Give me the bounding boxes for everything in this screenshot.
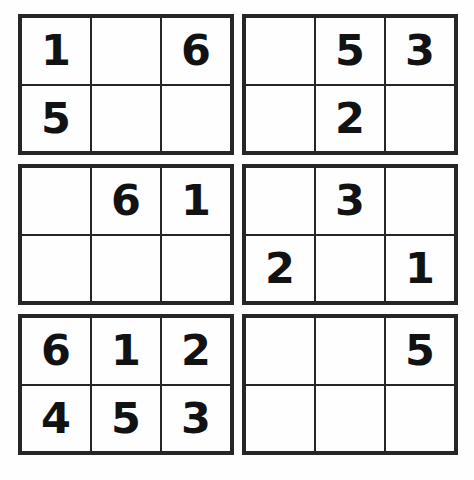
cell-r0c1[interactable] <box>91 17 161 85</box>
cell-r2c3[interactable] <box>245 167 315 235</box>
cell-r0c3[interactable] <box>245 17 315 85</box>
cell-r3c4[interactable] <box>315 235 385 303</box>
box-middle-right: 3 2 1 <box>242 164 458 305</box>
box-top-left: 1 6 5 <box>18 14 234 155</box>
box-middle-left: 6 1 <box>18 164 234 305</box>
cell-r1c3[interactable] <box>245 85 315 153</box>
cell-r2c2[interactable]: 1 <box>161 167 231 235</box>
cell-r0c5[interactable]: 3 <box>385 17 455 85</box>
cell-r3c3[interactable]: 2 <box>245 235 315 303</box>
cell-r1c5[interactable] <box>385 85 455 153</box>
cell-r0c4[interactable]: 5 <box>315 17 385 85</box>
cell-r4c3[interactable] <box>245 317 315 385</box>
cell-r5c1[interactable]: 5 <box>91 385 161 453</box>
cell-r4c0[interactable]: 6 <box>21 317 91 385</box>
cell-r5c4[interactable] <box>315 385 385 453</box>
cell-r1c1[interactable] <box>91 85 161 153</box>
cell-r4c2[interactable]: 2 <box>161 317 231 385</box>
cell-r4c1[interactable]: 1 <box>91 317 161 385</box>
cell-r1c2[interactable] <box>161 85 231 153</box>
cell-r1c0[interactable]: 5 <box>21 85 91 153</box>
sudoku-board: 1 6 5 5 3 2 6 1 3 2 1 6 1 2 4 5 3 <box>0 0 474 480</box>
box-bottom-left: 6 1 2 4 5 3 <box>18 314 234 455</box>
cell-r4c4[interactable] <box>315 317 385 385</box>
cell-r0c0[interactable]: 1 <box>21 17 91 85</box>
cell-r5c2[interactable]: 3 <box>161 385 231 453</box>
cell-r2c1[interactable]: 6 <box>91 167 161 235</box>
cell-r3c2[interactable] <box>161 235 231 303</box>
cell-r4c5[interactable]: 5 <box>385 317 455 385</box>
cell-r5c3[interactable] <box>245 385 315 453</box>
cell-r2c5[interactable] <box>385 167 455 235</box>
cell-r3c1[interactable] <box>91 235 161 303</box>
cell-r5c0[interactable]: 4 <box>21 385 91 453</box>
cell-r5c5[interactable] <box>385 385 455 453</box>
box-bottom-right: 5 <box>242 314 458 455</box>
cell-r2c4[interactable]: 3 <box>315 167 385 235</box>
box-top-right: 5 3 2 <box>242 14 458 155</box>
cell-r3c0[interactable] <box>21 235 91 303</box>
cell-r3c5[interactable]: 1 <box>385 235 455 303</box>
cell-r1c4[interactable]: 2 <box>315 85 385 153</box>
cell-r0c2[interactable]: 6 <box>161 17 231 85</box>
cell-r2c0[interactable] <box>21 167 91 235</box>
